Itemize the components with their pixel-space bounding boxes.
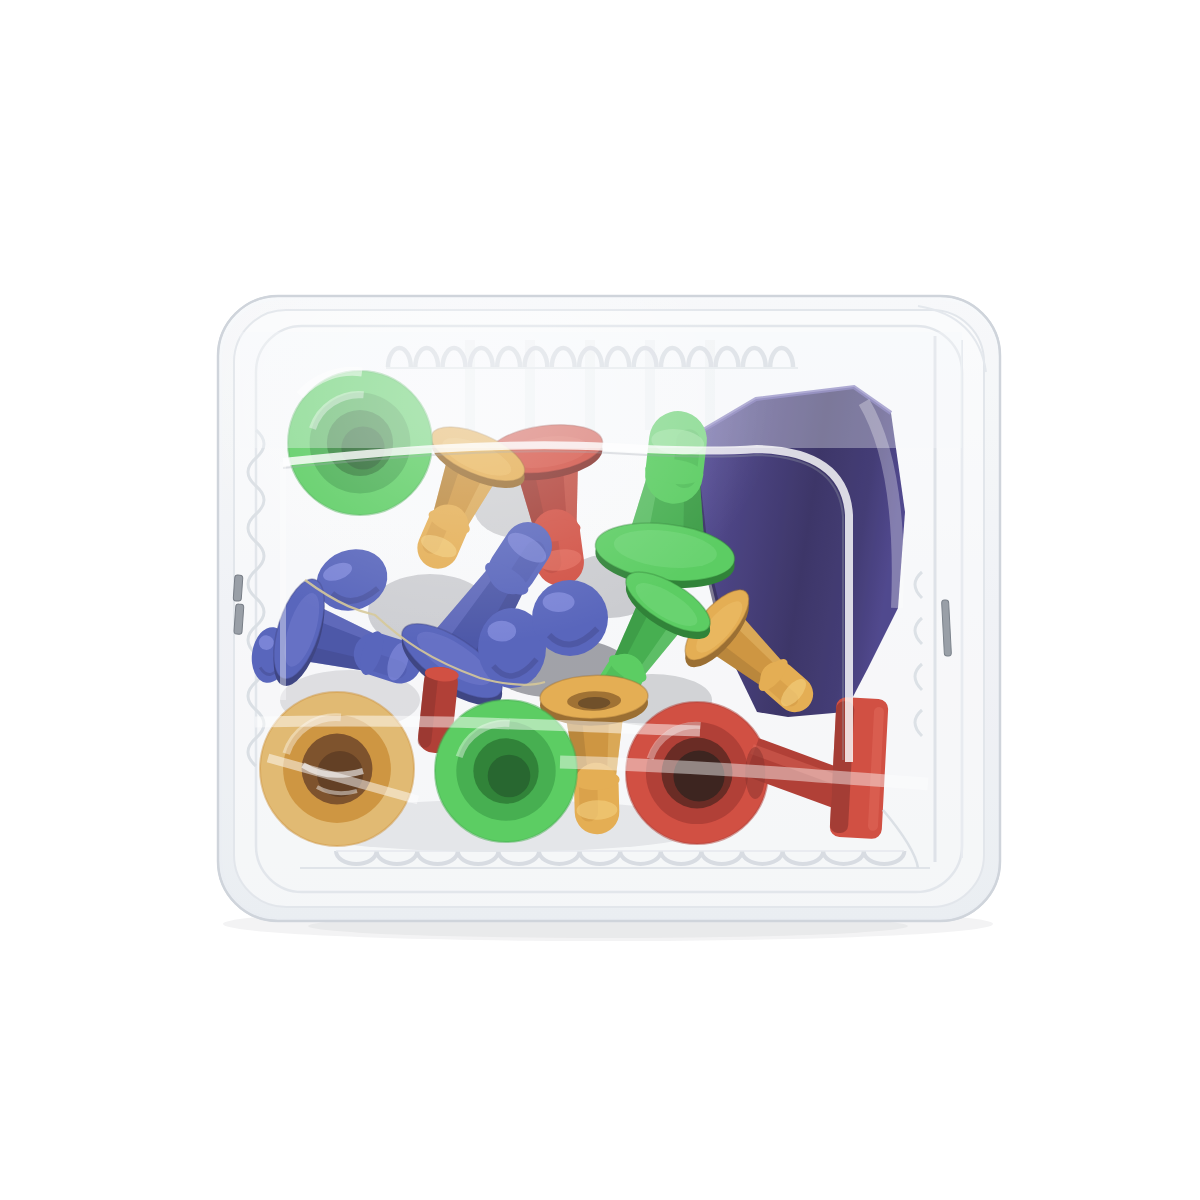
product-photo-svg <box>0 0 1200 1200</box>
clamshell-box-front <box>218 296 1000 921</box>
product-photo: Clear plastic clamshell blister box, sta… <box>0 0 1200 1200</box>
